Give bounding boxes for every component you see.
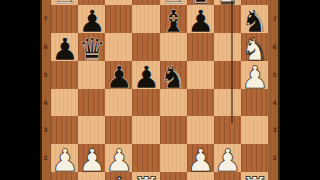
square-h6: ♞ bbox=[241, 33, 268, 61]
square-f3 bbox=[187, 116, 214, 144]
square-g4 bbox=[214, 89, 241, 117]
square-c2: ♟ bbox=[105, 144, 132, 172]
rank-label-left-2: 2 bbox=[41, 155, 51, 161]
square-h2 bbox=[241, 144, 268, 172]
square-h7: ♞ bbox=[241, 5, 268, 33]
square-a2: ♟ bbox=[51, 144, 78, 172]
square-g5 bbox=[214, 61, 241, 89]
square-d6 bbox=[132, 33, 159, 61]
square-g2: ♟ bbox=[214, 144, 241, 172]
square-g7 bbox=[214, 5, 241, 33]
rank-label-right-6: 6 bbox=[270, 44, 280, 50]
square-h3 bbox=[241, 116, 268, 144]
square-b1 bbox=[78, 172, 105, 180]
square-c3 bbox=[105, 116, 132, 144]
letterbox-left-bar bbox=[0, 0, 40, 180]
square-f6 bbox=[187, 33, 214, 61]
square-a3 bbox=[51, 116, 78, 144]
square-b3 bbox=[78, 116, 105, 144]
square-f1 bbox=[187, 172, 214, 180]
square-d2 bbox=[132, 144, 159, 172]
square-e2 bbox=[160, 144, 187, 172]
rank-label-left-3: 3 bbox=[41, 127, 51, 133]
g-file-move-line bbox=[231, 0, 233, 123]
square-g1 bbox=[214, 172, 241, 180]
letterbox-right-bar bbox=[280, 0, 320, 180]
rank-label-right-2: 2 bbox=[270, 155, 280, 161]
black-pawn-d5: ♟ bbox=[132, 64, 159, 92]
rank-label-left-7: 7 bbox=[41, 16, 51, 22]
square-a4 bbox=[51, 89, 78, 117]
white-king-c1: ♚ bbox=[105, 175, 132, 180]
square-h5: ♟ bbox=[241, 61, 268, 89]
square-g6 bbox=[214, 33, 241, 61]
square-f2: ♟ bbox=[187, 144, 214, 172]
square-b6: ♛ bbox=[78, 33, 105, 61]
black-queen-b6: ♛ bbox=[78, 36, 105, 64]
black-pawn-a6: ♟ bbox=[51, 36, 78, 64]
white-pawn-g2: ♟ bbox=[214, 147, 241, 175]
square-h4 bbox=[241, 89, 268, 117]
black-pawn-f7: ♟ bbox=[187, 8, 214, 36]
white-rook-h1: ♜ bbox=[241, 175, 268, 180]
square-e6 bbox=[160, 33, 187, 61]
rank-label-right-5: 5 bbox=[270, 72, 280, 78]
white-rook-d1: ♜ bbox=[132, 175, 159, 180]
square-f4 bbox=[187, 89, 214, 117]
rank-label-right-4: 4 bbox=[270, 100, 280, 106]
square-b2: ♟ bbox=[78, 144, 105, 172]
square-d3 bbox=[132, 116, 159, 144]
square-b5 bbox=[78, 61, 105, 89]
rank-label-left-6: 6 bbox=[41, 44, 51, 50]
white-pawn-f2: ♟ bbox=[187, 147, 214, 175]
video-frame: ♜♜♚♛♟♝♟♞♟♛♞♟♟♞♟♟♟♟♟♟♚♜♜ 8877665544332211 bbox=[0, 0, 320, 180]
square-e1 bbox=[160, 172, 187, 180]
square-d5: ♟ bbox=[132, 61, 159, 89]
rank-label-right-7: 7 bbox=[270, 16, 280, 22]
square-e3 bbox=[160, 116, 187, 144]
square-e7: ♝ bbox=[160, 5, 187, 33]
square-c4 bbox=[105, 89, 132, 117]
square-d1: ♜ bbox=[132, 172, 159, 180]
rank-label-left-4: 4 bbox=[41, 100, 51, 106]
chess-board: ♜♜♚♛♟♝♟♞♟♛♞♟♟♞♟♟♟♟♟♟♚♜♜ bbox=[51, 0, 268, 180]
square-c7 bbox=[105, 5, 132, 33]
square-f5 bbox=[187, 61, 214, 89]
square-c6 bbox=[105, 33, 132, 61]
rank-label-left-5: 5 bbox=[41, 72, 51, 78]
square-b7: ♟ bbox=[78, 5, 105, 33]
white-pawn-a2: ♟ bbox=[51, 147, 78, 175]
black-pawn-c5: ♟ bbox=[105, 64, 132, 92]
square-e4 bbox=[160, 89, 187, 117]
square-c5: ♟ bbox=[105, 61, 132, 89]
white-pawn-b2: ♟ bbox=[78, 147, 105, 175]
rank-label-right-3: 3 bbox=[270, 127, 280, 133]
square-a1 bbox=[51, 172, 78, 180]
square-d7 bbox=[132, 5, 159, 33]
square-g3 bbox=[214, 116, 241, 144]
white-pawn-h5: ♟ bbox=[241, 64, 268, 92]
square-a5 bbox=[51, 61, 78, 89]
black-bishop-e7: ♝ bbox=[160, 8, 187, 36]
square-e5: ♞ bbox=[160, 61, 187, 89]
square-a6: ♟ bbox=[51, 33, 78, 61]
square-h1: ♜ bbox=[241, 172, 268, 180]
square-a7 bbox=[51, 5, 78, 33]
square-c1: ♚ bbox=[105, 172, 132, 180]
black-knight-e5: ♞ bbox=[160, 64, 187, 92]
square-f7: ♟ bbox=[187, 5, 214, 33]
square-b4 bbox=[78, 89, 105, 117]
square-d4 bbox=[132, 89, 159, 117]
